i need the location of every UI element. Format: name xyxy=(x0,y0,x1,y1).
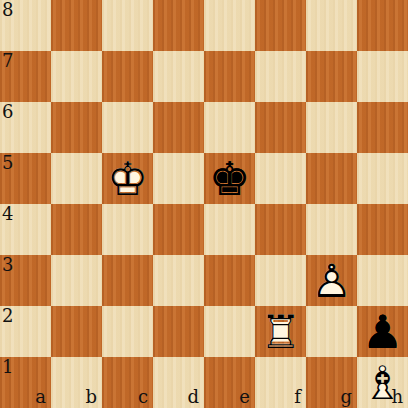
square-e4[interactable] xyxy=(204,204,255,255)
square-h1[interactable]: ♝♗ xyxy=(357,357,408,408)
square-c1[interactable] xyxy=(102,357,153,408)
square-d2[interactable] xyxy=(153,306,204,357)
square-g5[interactable] xyxy=(306,153,357,204)
square-h7[interactable] xyxy=(357,51,408,102)
square-a8[interactable] xyxy=(0,0,51,51)
square-c7[interactable] xyxy=(102,51,153,102)
square-c5[interactable]: ♚♔ xyxy=(102,153,153,204)
square-a1[interactable] xyxy=(0,357,51,408)
square-a7[interactable] xyxy=(0,51,51,102)
square-a2[interactable] xyxy=(0,306,51,357)
square-b2[interactable] xyxy=(51,306,102,357)
square-f8[interactable] xyxy=(255,0,306,51)
square-e5[interactable]: ♚♚ xyxy=(204,153,255,204)
square-e3[interactable] xyxy=(204,255,255,306)
square-d5[interactable] xyxy=(153,153,204,204)
white-king[interactable]: ♚♔ xyxy=(102,153,153,204)
square-b1[interactable] xyxy=(51,357,102,408)
square-h2[interactable]: ♟♟ xyxy=(357,306,408,357)
square-g6[interactable] xyxy=(306,102,357,153)
square-b5[interactable] xyxy=(51,153,102,204)
square-e1[interactable] xyxy=(204,357,255,408)
square-h6[interactable] xyxy=(357,102,408,153)
black-pawn[interactable]: ♟♟ xyxy=(357,306,408,357)
square-e7[interactable] xyxy=(204,51,255,102)
square-b3[interactable] xyxy=(51,255,102,306)
square-a3[interactable] xyxy=(0,255,51,306)
square-b8[interactable] xyxy=(51,0,102,51)
square-f7[interactable] xyxy=(255,51,306,102)
square-b6[interactable] xyxy=(51,102,102,153)
square-c8[interactable] xyxy=(102,0,153,51)
square-h3[interactable] xyxy=(357,255,408,306)
square-c4[interactable] xyxy=(102,204,153,255)
square-f4[interactable] xyxy=(255,204,306,255)
square-d8[interactable] xyxy=(153,0,204,51)
white-bishop[interactable]: ♝♗ xyxy=(357,357,408,408)
chess-board-container: ♚♔♚♚♟♙♜♖♟♟♝♗ 87654321abcdefgh xyxy=(0,0,408,408)
square-d4[interactable] xyxy=(153,204,204,255)
square-c6[interactable] xyxy=(102,102,153,153)
square-a6[interactable] xyxy=(0,102,51,153)
square-f1[interactable] xyxy=(255,357,306,408)
square-a4[interactable] xyxy=(0,204,51,255)
square-d1[interactable] xyxy=(153,357,204,408)
square-h5[interactable] xyxy=(357,153,408,204)
chess-board: ♚♔♚♚♟♙♜♖♟♟♝♗ xyxy=(0,0,408,408)
white-rook[interactable]: ♜♖ xyxy=(255,306,306,357)
black-king[interactable]: ♚♚ xyxy=(204,153,255,204)
square-h8[interactable] xyxy=(357,0,408,51)
white-pawn[interactable]: ♟♙ xyxy=(306,255,357,306)
square-g1[interactable] xyxy=(306,357,357,408)
square-g7[interactable] xyxy=(306,51,357,102)
square-d6[interactable] xyxy=(153,102,204,153)
square-e2[interactable] xyxy=(204,306,255,357)
square-g2[interactable] xyxy=(306,306,357,357)
square-f6[interactable] xyxy=(255,102,306,153)
square-f2[interactable]: ♜♖ xyxy=(255,306,306,357)
square-e8[interactable] xyxy=(204,0,255,51)
square-c2[interactable] xyxy=(102,306,153,357)
square-f3[interactable] xyxy=(255,255,306,306)
square-a5[interactable] xyxy=(0,153,51,204)
square-d7[interactable] xyxy=(153,51,204,102)
square-f5[interactable] xyxy=(255,153,306,204)
square-g4[interactable] xyxy=(306,204,357,255)
square-g8[interactable] xyxy=(306,0,357,51)
square-c3[interactable] xyxy=(102,255,153,306)
square-b7[interactable] xyxy=(51,51,102,102)
square-h4[interactable] xyxy=(357,204,408,255)
square-b4[interactable] xyxy=(51,204,102,255)
square-d3[interactable] xyxy=(153,255,204,306)
square-e6[interactable] xyxy=(204,102,255,153)
square-g3[interactable]: ♟♙ xyxy=(306,255,357,306)
